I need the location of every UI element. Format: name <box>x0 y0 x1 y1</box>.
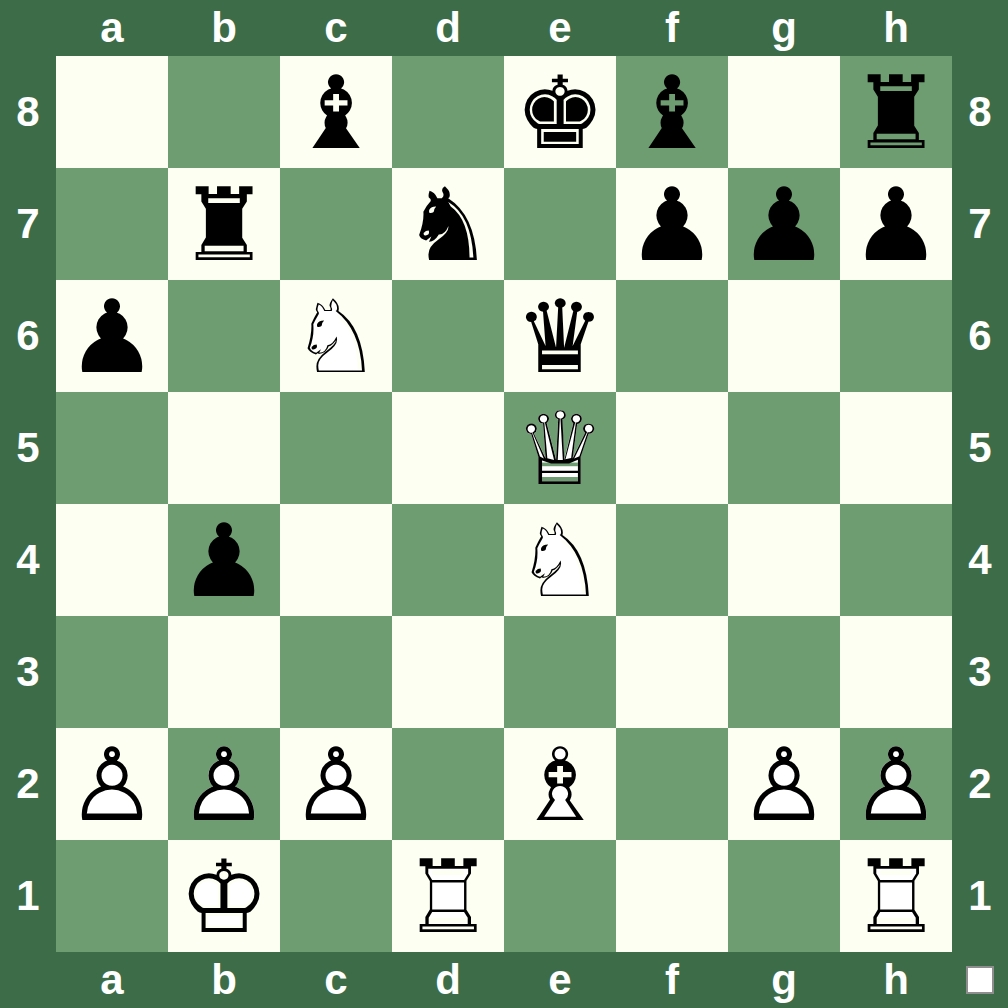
square-e5[interactable]: ♛♕ <box>504 392 616 504</box>
file-label-top-e: e <box>504 0 616 56</box>
rank-label-right-1: 1 <box>952 840 1008 952</box>
piece-black-queen[interactable]: ♛ <box>504 280 616 392</box>
white-pawn-fill-glyph: ♟ <box>168 728 280 840</box>
rank-label-right-6: 6 <box>952 280 1008 392</box>
square-e1[interactable] <box>504 840 616 952</box>
white-to-move-indicator <box>966 966 994 994</box>
square-g3[interactable] <box>728 616 840 728</box>
file-label-bottom-b: b <box>168 952 280 1008</box>
black-knight-glyph: ♞ <box>392 168 504 280</box>
square-a5[interactable] <box>56 392 168 504</box>
square-h6[interactable] <box>840 280 952 392</box>
white-king-fill-glyph: ♚ <box>168 840 280 952</box>
square-b1[interactable]: ♚♔ <box>168 840 280 952</box>
square-e6[interactable]: ♛ <box>504 280 616 392</box>
square-f4[interactable] <box>616 504 728 616</box>
square-a7[interactable] <box>56 168 168 280</box>
black-pawn-glyph: ♟ <box>56 280 168 392</box>
square-c2[interactable]: ♟♙ <box>280 728 392 840</box>
file-label-top-b: b <box>168 0 280 56</box>
file-label-bottom-c: c <box>280 952 392 1008</box>
file-label-bottom-a: a <box>56 952 168 1008</box>
square-h4[interactable] <box>840 504 952 616</box>
file-label-bottom-h: h <box>840 952 952 1008</box>
white-pawn-outline-glyph: ♙ <box>56 728 168 840</box>
piece-black-pawn[interactable]: ♟ <box>168 504 280 616</box>
black-pawn-glyph: ♟ <box>616 168 728 280</box>
square-c1[interactable] <box>280 840 392 952</box>
square-b8[interactable] <box>168 56 280 168</box>
rank-label-left-8: 8 <box>0 56 56 168</box>
white-rook-fill-glyph: ♜ <box>392 840 504 952</box>
black-bishop-glyph: ♝ <box>616 56 728 168</box>
white-knight-fill-glyph: ♞ <box>504 504 616 616</box>
file-label-bottom-e: e <box>504 952 616 1008</box>
white-pawn-fill-glyph: ♟ <box>840 728 952 840</box>
white-pawn-fill-glyph: ♟ <box>56 728 168 840</box>
piece-white-pawn[interactable]: ♟♙ <box>168 728 280 840</box>
square-b2[interactable]: ♟♙ <box>168 728 280 840</box>
square-e4[interactable]: ♞♘ <box>504 504 616 616</box>
square-e2[interactable]: ♝♗ <box>504 728 616 840</box>
square-f8[interactable]: ♝ <box>616 56 728 168</box>
black-pawn-glyph: ♟ <box>168 504 280 616</box>
piece-white-pawn[interactable]: ♟♙ <box>280 728 392 840</box>
square-h3[interactable] <box>840 616 952 728</box>
square-c6[interactable]: ♞♘ <box>280 280 392 392</box>
piece-white-queen[interactable]: ♛♕ <box>504 392 616 504</box>
file-label-top-g: g <box>728 0 840 56</box>
rank-label-right-7: 7 <box>952 168 1008 280</box>
rank-label-right-3: 3 <box>952 616 1008 728</box>
square-b4[interactable]: ♟ <box>168 504 280 616</box>
square-f6[interactable] <box>616 280 728 392</box>
square-a1[interactable] <box>56 840 168 952</box>
chess-board-frame: abcdefgh8♝♚♝♜87♜♞♟♟♟76♟♞♘♛65♛♕54♟♞♘4332♟… <box>0 0 1008 1008</box>
square-b6[interactable] <box>168 280 280 392</box>
square-g7[interactable]: ♟ <box>728 168 840 280</box>
white-knight-fill-glyph: ♞ <box>280 280 392 392</box>
rank-label-left-3: 3 <box>0 616 56 728</box>
white-pawn-outline-glyph: ♙ <box>280 728 392 840</box>
square-e7[interactable] <box>504 168 616 280</box>
piece-white-rook[interactable]: ♜♖ <box>392 840 504 952</box>
rank-label-right-8: 8 <box>952 56 1008 168</box>
piece-white-knight[interactable]: ♞♘ <box>280 280 392 392</box>
square-c7[interactable] <box>280 168 392 280</box>
square-c3[interactable] <box>280 616 392 728</box>
black-bishop-glyph: ♝ <box>280 56 392 168</box>
file-label-bottom-f: f <box>616 952 728 1008</box>
piece-black-rook[interactable]: ♜ <box>168 168 280 280</box>
piece-black-pawn[interactable]: ♟ <box>840 168 952 280</box>
board-corner-bottom-right <box>952 952 1008 1008</box>
rank-label-right-2: 2 <box>952 728 1008 840</box>
file-label-top-h: h <box>840 0 952 56</box>
white-pawn-outline-glyph: ♙ <box>840 728 952 840</box>
rank-label-left-7: 7 <box>0 168 56 280</box>
white-knight-outline-glyph: ♘ <box>504 504 616 616</box>
piece-white-pawn[interactable]: ♟♙ <box>840 728 952 840</box>
square-h7[interactable]: ♟ <box>840 168 952 280</box>
square-a4[interactable] <box>56 504 168 616</box>
square-c5[interactable] <box>280 392 392 504</box>
white-pawn-outline-glyph: ♙ <box>728 728 840 840</box>
square-d3[interactable] <box>392 616 504 728</box>
square-f3[interactable] <box>616 616 728 728</box>
square-d8[interactable] <box>392 56 504 168</box>
rank-label-left-1: 1 <box>0 840 56 952</box>
black-queen-glyph: ♛ <box>504 280 616 392</box>
square-h2[interactable]: ♟♙ <box>840 728 952 840</box>
file-label-top-a: a <box>56 0 168 56</box>
black-rook-glyph: ♜ <box>168 168 280 280</box>
piece-white-pawn[interactable]: ♟♙ <box>56 728 168 840</box>
square-f1[interactable] <box>616 840 728 952</box>
square-g1[interactable] <box>728 840 840 952</box>
white-rook-fill-glyph: ♜ <box>840 840 952 952</box>
file-label-top-c: c <box>280 0 392 56</box>
square-e3[interactable] <box>504 616 616 728</box>
piece-white-bishop[interactable]: ♝♗ <box>504 728 616 840</box>
piece-white-knight[interactable]: ♞♘ <box>504 504 616 616</box>
piece-black-bishop[interactable]: ♝ <box>280 56 392 168</box>
rank-label-right-5: 5 <box>952 392 1008 504</box>
white-king-outline-glyph: ♔ <box>168 840 280 952</box>
black-king-glyph: ♚ <box>504 56 616 168</box>
rank-label-left-2: 2 <box>0 728 56 840</box>
white-queen-fill-glyph: ♛ <box>504 392 616 504</box>
file-label-top-f: f <box>616 0 728 56</box>
piece-white-pawn[interactable]: ♟♙ <box>728 728 840 840</box>
white-bishop-outline-glyph: ♗ <box>504 728 616 840</box>
square-h8[interactable]: ♜ <box>840 56 952 168</box>
square-f2[interactable] <box>616 728 728 840</box>
square-d2[interactable] <box>392 728 504 840</box>
file-label-bottom-d: d <box>392 952 504 1008</box>
square-d1[interactable]: ♜♖ <box>392 840 504 952</box>
board-corner-top-right <box>952 0 1008 56</box>
file-label-bottom-g: g <box>728 952 840 1008</box>
piece-black-pawn[interactable]: ♟ <box>728 168 840 280</box>
square-a2[interactable]: ♟♙ <box>56 728 168 840</box>
square-e8[interactable]: ♚ <box>504 56 616 168</box>
square-a8[interactable] <box>56 56 168 168</box>
square-b7[interactable]: ♜ <box>168 168 280 280</box>
piece-black-king[interactable]: ♚ <box>504 56 616 168</box>
rank-label-right-4: 4 <box>952 504 1008 616</box>
piece-black-knight[interactable]: ♞ <box>392 168 504 280</box>
square-b3[interactable] <box>168 616 280 728</box>
square-g6[interactable] <box>728 280 840 392</box>
piece-black-pawn[interactable]: ♟ <box>56 280 168 392</box>
square-g2[interactable]: ♟♙ <box>728 728 840 840</box>
piece-white-king[interactable]: ♚♔ <box>168 840 280 952</box>
square-f7[interactable]: ♟ <box>616 168 728 280</box>
file-label-top-d: d <box>392 0 504 56</box>
white-bishop-fill-glyph: ♝ <box>504 728 616 840</box>
square-a6[interactable]: ♟ <box>56 280 168 392</box>
black-rook-glyph: ♜ <box>840 56 952 168</box>
white-pawn-outline-glyph: ♙ <box>168 728 280 840</box>
black-pawn-glyph: ♟ <box>728 168 840 280</box>
square-c4[interactable] <box>280 504 392 616</box>
white-queen-outline-glyph: ♕ <box>504 392 616 504</box>
white-rook-outline-glyph: ♖ <box>392 840 504 952</box>
white-rook-outline-glyph: ♖ <box>840 840 952 952</box>
square-h1[interactable]: ♜♖ <box>840 840 952 952</box>
square-d4[interactable] <box>392 504 504 616</box>
rank-label-left-4: 4 <box>0 504 56 616</box>
square-b5[interactable] <box>168 392 280 504</box>
board-corner-bottom-left <box>0 952 56 1008</box>
board-corner-top-left <box>0 0 56 56</box>
black-pawn-glyph: ♟ <box>840 168 952 280</box>
square-d5[interactable] <box>392 392 504 504</box>
square-g5[interactable] <box>728 392 840 504</box>
square-d7[interactable]: ♞ <box>392 168 504 280</box>
rank-label-left-5: 5 <box>0 392 56 504</box>
piece-black-pawn[interactable]: ♟ <box>616 168 728 280</box>
square-g4[interactable] <box>728 504 840 616</box>
white-knight-outline-glyph: ♘ <box>280 280 392 392</box>
square-a3[interactable] <box>56 616 168 728</box>
white-pawn-fill-glyph: ♟ <box>280 728 392 840</box>
white-pawn-fill-glyph: ♟ <box>728 728 840 840</box>
square-h5[interactable] <box>840 392 952 504</box>
piece-black-bishop[interactable]: ♝ <box>616 56 728 168</box>
piece-black-rook[interactable]: ♜ <box>840 56 952 168</box>
square-d6[interactable] <box>392 280 504 392</box>
rank-label-left-6: 6 <box>0 280 56 392</box>
square-f5[interactable] <box>616 392 728 504</box>
square-c8[interactable]: ♝ <box>280 56 392 168</box>
square-g8[interactable] <box>728 56 840 168</box>
piece-white-rook[interactable]: ♜♖ <box>840 840 952 952</box>
